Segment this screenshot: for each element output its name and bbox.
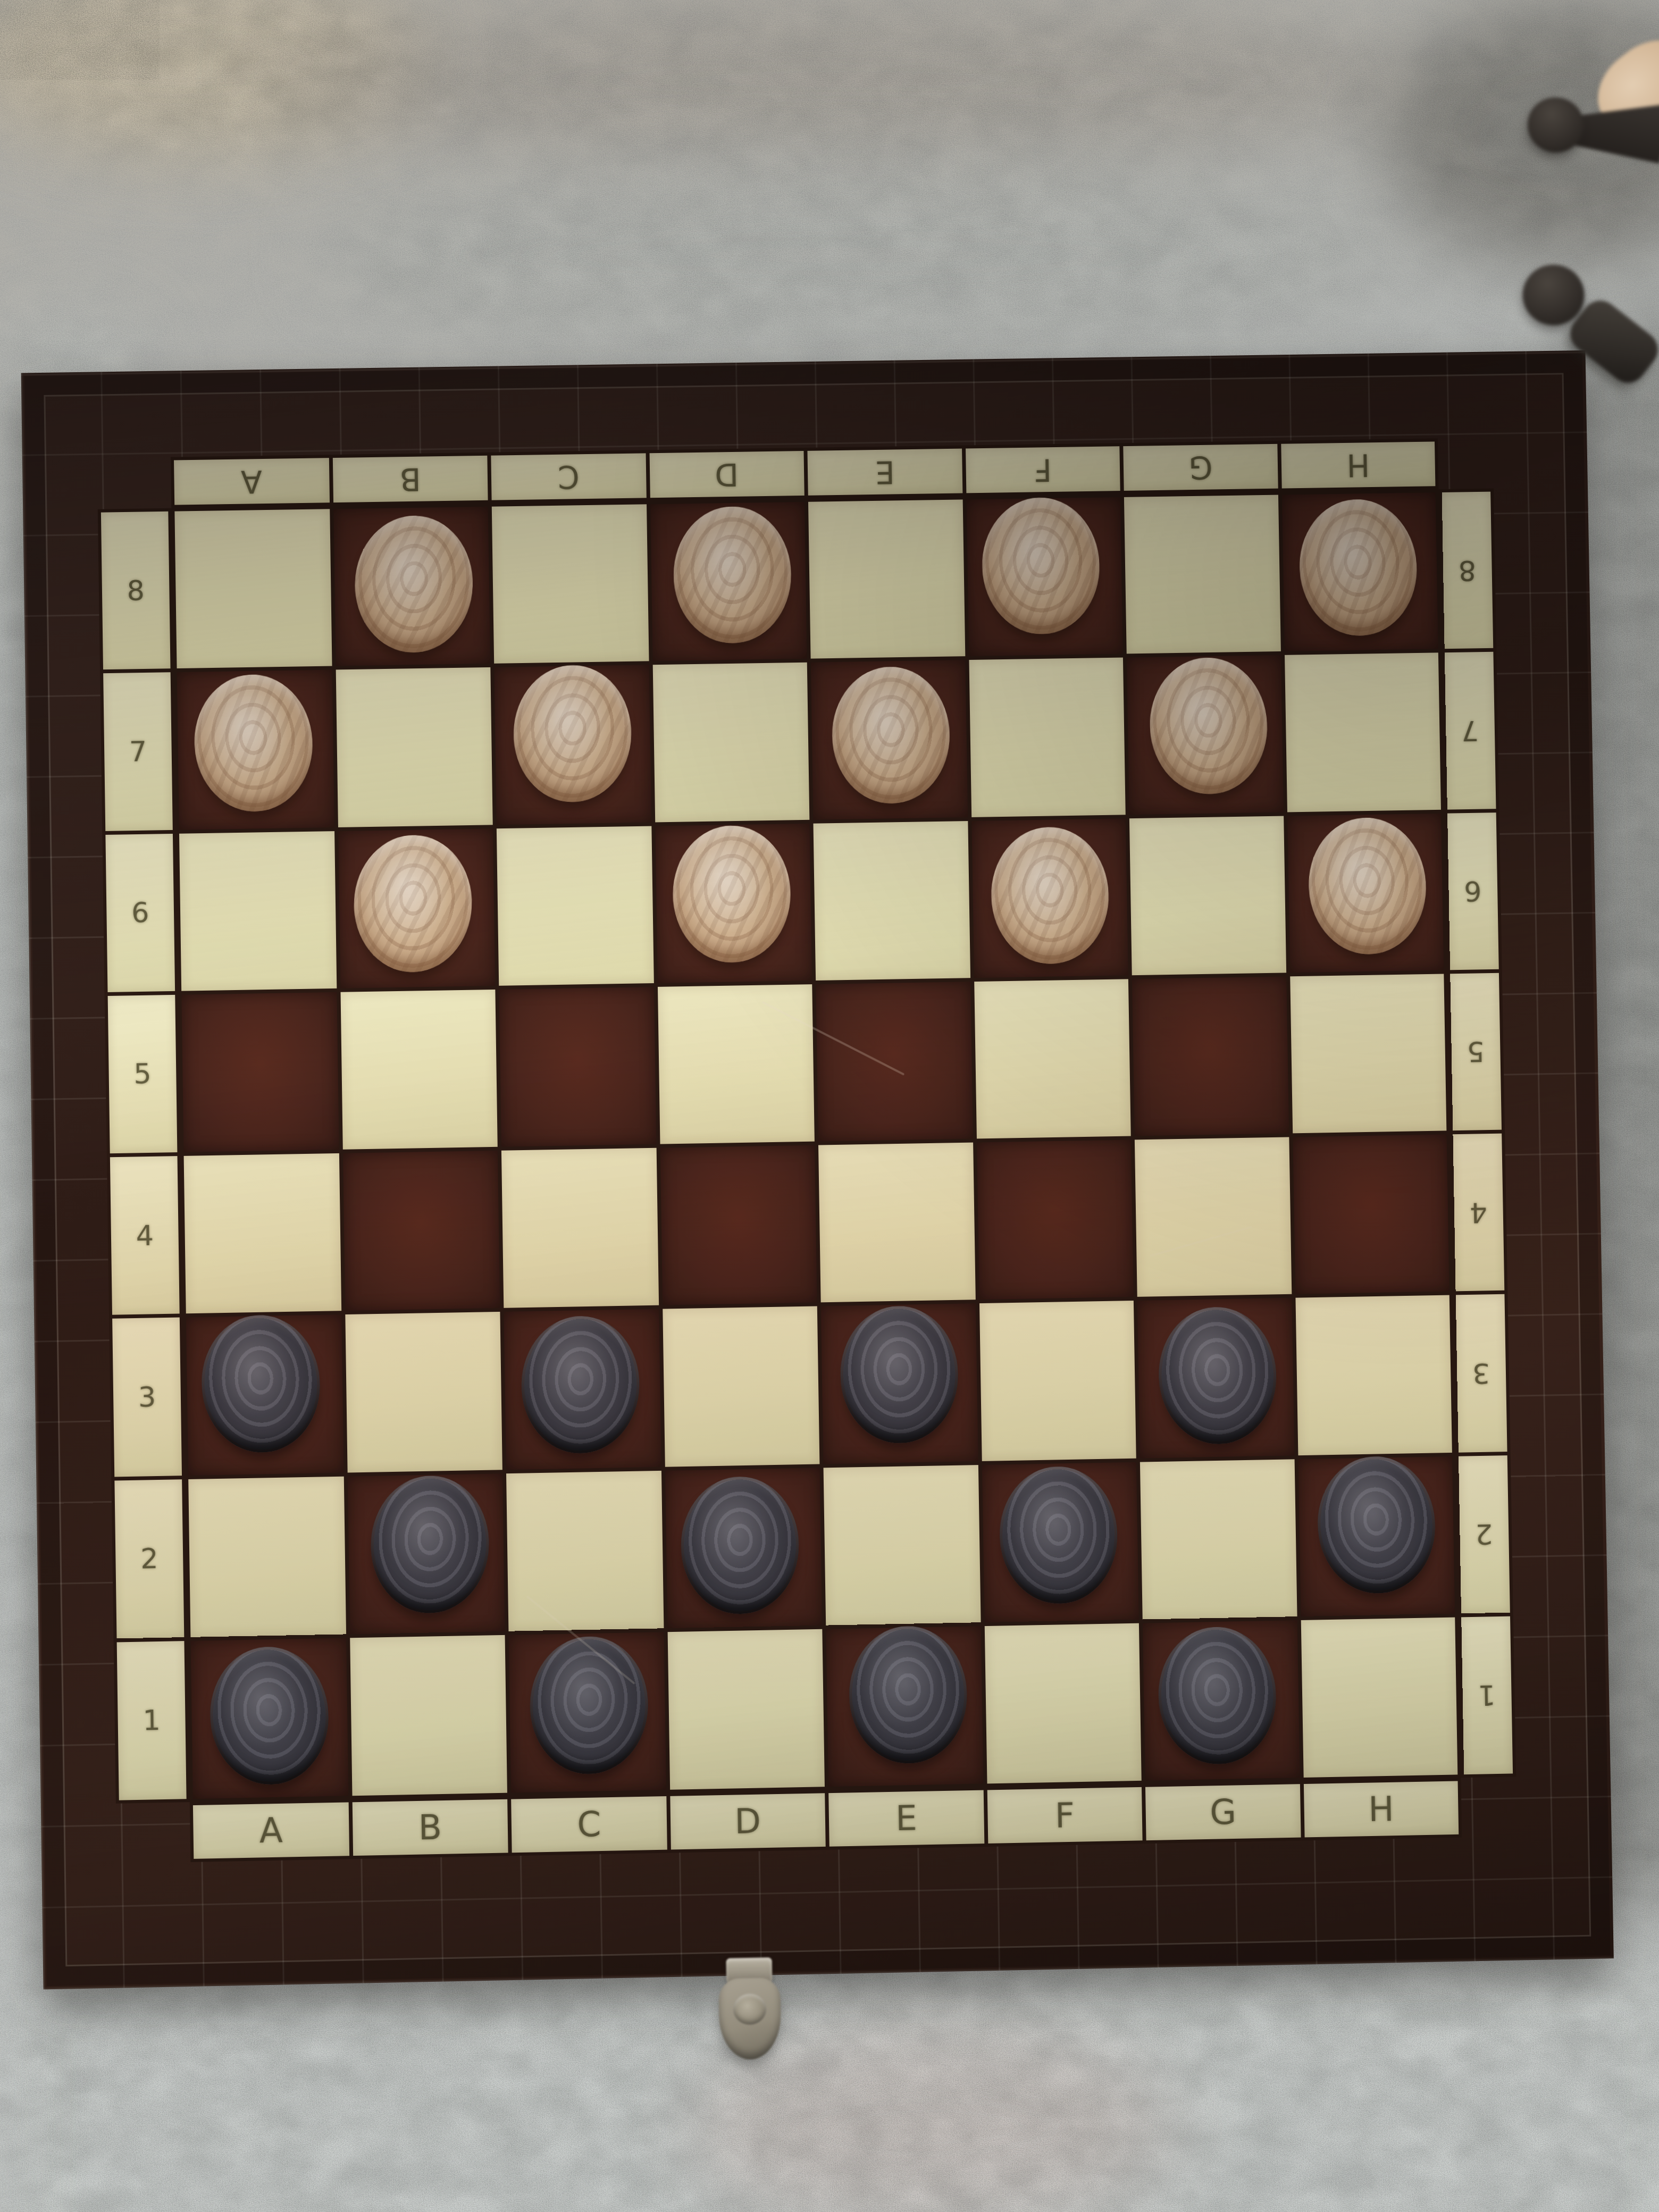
file-letter: G — [1210, 1795, 1237, 1830]
latch-boss — [733, 1993, 766, 2025]
square-h6[interactable] — [1287, 813, 1444, 973]
light-checker-c7[interactable] — [513, 664, 633, 803]
dark-checker-h2[interactable] — [1313, 1453, 1439, 1597]
square-d2[interactable] — [665, 1468, 822, 1628]
square-g3[interactable] — [1137, 1298, 1294, 1458]
square-g8[interactable] — [1124, 495, 1281, 654]
square-c6[interactable] — [497, 826, 654, 986]
square-h1[interactable] — [1301, 1617, 1457, 1778]
rank-label-right-5: 5 — [1450, 973, 1502, 1131]
square-e2[interactable] — [824, 1465, 981, 1626]
rank-number: 1 — [1478, 1681, 1496, 1710]
file-label-bottom-d: D — [670, 1793, 826, 1849]
file-label-top-d: D — [649, 451, 805, 498]
square-c1[interactable] — [509, 1632, 666, 1792]
rank-number: 6 — [1464, 877, 1482, 905]
square-e4[interactable] — [818, 1143, 975, 1303]
light-checker-g7[interactable] — [1146, 655, 1270, 797]
file-label-top-c: C — [491, 453, 646, 500]
square-h3[interactable] — [1295, 1295, 1452, 1455]
square-f3[interactable] — [979, 1301, 1136, 1461]
rank-number: 8 — [127, 576, 145, 605]
file-label-top-h: H — [1281, 441, 1436, 488]
square-b1[interactable] — [350, 1635, 507, 1796]
light-checker-f6[interactable] — [989, 825, 1111, 966]
square-e3[interactable] — [821, 1303, 978, 1463]
light-checker-d8[interactable] — [673, 506, 791, 643]
rank-label-right-8: 8 — [1442, 492, 1494, 649]
file-letter: D — [715, 459, 739, 490]
rank-number: 5 — [133, 1060, 152, 1088]
file-letter: B — [399, 464, 421, 495]
square-f8[interactable] — [966, 497, 1123, 656]
rank-number: 1 — [143, 1706, 161, 1735]
pawn-head — [1522, 91, 1590, 159]
square-c2[interactable] — [506, 1470, 664, 1631]
board-wrap: ABCDEFGH 87654321 87654321 ABCDEFGH — [0, 0, 1659, 2212]
file-letter: E — [875, 456, 895, 487]
rank-number: 4 — [136, 1221, 154, 1250]
file-letter: H — [1346, 449, 1370, 480]
file-label-top-a: A — [174, 458, 330, 505]
checkers-board: ABCDEFGH 87654321 87654321 ABCDEFGH — [21, 350, 1614, 1990]
dark-checker-g1[interactable] — [1155, 1624, 1280, 1767]
light-checker-h6[interactable] — [1304, 814, 1430, 958]
file-label-bottom-h: H — [1303, 1781, 1459, 1837]
dark-checker-g3[interactable] — [1155, 1304, 1279, 1447]
light-checker-a7[interactable] — [190, 671, 317, 815]
square-g7[interactable] — [1127, 655, 1284, 814]
rank-label-right-4: 4 — [1453, 1134, 1504, 1292]
file-label-bottom-e: E — [828, 1790, 984, 1847]
square-a5[interactable] — [181, 992, 339, 1152]
file-letter: G — [1188, 452, 1213, 483]
dark-checker-c3[interactable] — [520, 1315, 640, 1454]
file-label-bottom-f: F — [987, 1787, 1142, 1844]
rank-label-left-4: 4 — [110, 1156, 180, 1315]
square-e1[interactable] — [826, 1626, 983, 1787]
square-f6[interactable] — [971, 818, 1128, 978]
square-b6[interactable] — [338, 828, 496, 988]
rank-label-left-2: 2 — [114, 1479, 184, 1638]
rank-number: 4 — [1470, 1199, 1488, 1227]
square-c3[interactable] — [504, 1309, 661, 1470]
file-label-bottom-g: G — [1145, 1784, 1301, 1840]
square-h2[interactable] — [1298, 1456, 1455, 1616]
square-a3[interactable] — [186, 1314, 343, 1475]
dark-checker-e1[interactable] — [848, 1626, 968, 1765]
rank-number: 7 — [129, 738, 147, 766]
file-letter: C — [558, 461, 580, 492]
square-e7[interactable] — [811, 660, 968, 819]
rank-label-right-7: 7 — [1445, 652, 1496, 809]
rank-label-left-7: 7 — [103, 672, 173, 831]
rank-label-left-3: 3 — [112, 1318, 182, 1477]
rank-label-left-8: 8 — [101, 512, 171, 670]
dark-checker-e3[interactable] — [840, 1305, 959, 1444]
square-d3[interactable] — [663, 1306, 820, 1467]
rank-number: 6 — [131, 899, 149, 927]
dark-checker-a3[interactable] — [197, 1311, 324, 1456]
light-checker-f8[interactable] — [980, 496, 1102, 636]
rank-label-left-6: 6 — [105, 833, 175, 992]
square-g6[interactable] — [1129, 816, 1286, 975]
file-label-top-g: G — [1123, 444, 1278, 491]
file-letter: B — [418, 1810, 442, 1845]
square-f4[interactable] — [977, 1140, 1134, 1300]
rank-number: 2 — [140, 1545, 158, 1573]
dark-pawn-lying-lower — [1507, 252, 1659, 402]
square-b2[interactable] — [347, 1473, 505, 1634]
square-c8[interactable] — [492, 504, 649, 664]
square-b8[interactable] — [333, 507, 490, 666]
square-g1[interactable] — [1143, 1620, 1300, 1781]
dark-checker-d2[interactable] — [681, 1477, 799, 1614]
dark-checker-f2[interactable] — [998, 1464, 1119, 1606]
rank-number: 5 — [1467, 1038, 1485, 1066]
square-g4[interactable] — [1135, 1137, 1292, 1297]
square-g2[interactable] — [1140, 1459, 1297, 1619]
file-letter: D — [734, 1804, 761, 1839]
square-a7[interactable] — [177, 670, 334, 829]
square-b5[interactable] — [340, 990, 498, 1150]
photo-scene: { "game": "checkers", "board_type": "8x8… — [0, 0, 1659, 2212]
file-letter: E — [895, 1801, 918, 1836]
square-h5[interactable] — [1290, 974, 1447, 1133]
light-checker-h8[interactable] — [1295, 496, 1421, 640]
square-c4[interactable] — [501, 1148, 659, 1308]
playing-grid — [171, 489, 1461, 1802]
square-f1[interactable] — [984, 1623, 1142, 1783]
square-h7[interactable] — [1285, 653, 1441, 812]
square-h4[interactable] — [1293, 1134, 1449, 1294]
file-label-top-b: B — [332, 456, 488, 502]
square-e8[interactable] — [808, 499, 965, 658]
rank-number: 2 — [1475, 1520, 1493, 1548]
rank-number: 3 — [1472, 1359, 1490, 1387]
dark-checker-b2[interactable] — [368, 1474, 491, 1615]
square-h8[interactable] — [1281, 492, 1438, 651]
rank-label-left-5: 5 — [108, 995, 178, 1154]
file-letter: H — [1368, 1792, 1394, 1826]
rank-number: 8 — [1459, 556, 1477, 584]
dark-checker-c1[interactable] — [529, 1636, 650, 1775]
rank-label-right-3: 3 — [1456, 1294, 1507, 1452]
file-label-bottom-c: C — [511, 1796, 667, 1853]
latch-plate — [718, 1978, 782, 2060]
square-a6[interactable] — [179, 831, 337, 991]
light-checker-b8[interactable] — [353, 513, 475, 654]
square-a2[interactable] — [188, 1476, 346, 1637]
square-b4[interactable] — [342, 1151, 500, 1311]
square-f2[interactable] — [982, 1462, 1138, 1622]
file-label-top-f: F — [966, 446, 1120, 493]
rank-number: 3 — [138, 1383, 156, 1411]
rank-label-right-1: 1 — [1461, 1616, 1513, 1774]
square-f7[interactable] — [969, 658, 1126, 817]
square-d6[interactable] — [655, 823, 812, 983]
file-label-bottom-a: A — [193, 1802, 349, 1858]
square-b7[interactable] — [336, 667, 493, 827]
file-letter: F — [1055, 1798, 1075, 1832]
file-letter: F — [1034, 454, 1052, 485]
square-e5[interactable] — [816, 982, 973, 1142]
file-label-bottom-b: B — [352, 1799, 508, 1856]
light-checker-b6[interactable] — [351, 833, 474, 974]
square-a4[interactable] — [184, 1153, 341, 1314]
square-d5[interactable] — [657, 984, 814, 1144]
square-c5[interactable] — [499, 987, 656, 1147]
dark-checker-a1[interactable] — [206, 1643, 333, 1789]
square-a1[interactable] — [191, 1638, 348, 1799]
file-label-top-e: E — [807, 449, 962, 496]
rank-label-left-1: 1 — [117, 1641, 187, 1800]
square-d7[interactable] — [652, 663, 809, 822]
light-checker-d6[interactable] — [673, 826, 790, 962]
rank-label-right-6: 6 — [1447, 812, 1499, 970]
file-letter: C — [577, 1807, 601, 1841]
square-f5[interactable] — [974, 979, 1131, 1138]
file-letter: A — [259, 1813, 283, 1848]
rank-label-right-2: 2 — [1459, 1455, 1510, 1614]
rank-number: 7 — [1461, 717, 1479, 744]
square-d1[interactable] — [667, 1629, 825, 1790]
latch — [711, 1957, 787, 2060]
square-d8[interactable] — [650, 502, 807, 661]
square-a8[interactable] — [174, 509, 332, 668]
square-d4[interactable] — [660, 1145, 817, 1305]
light-checker-e7[interactable] — [831, 666, 951, 804]
square-g5[interactable] — [1132, 976, 1289, 1136]
square-b3[interactable] — [345, 1312, 502, 1472]
file-letter: A — [241, 466, 263, 497]
square-e6[interactable] — [813, 821, 970, 981]
square-c7[interactable] — [494, 665, 651, 825]
